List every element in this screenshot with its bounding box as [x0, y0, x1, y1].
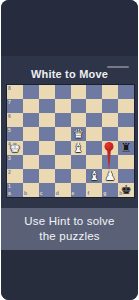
board-square-b4[interactable]: [23, 141, 39, 155]
board-square-b8[interactable]: [23, 85, 39, 99]
board-square-d1[interactable]: d: [55, 183, 71, 197]
board-square-d6[interactable]: [55, 113, 71, 127]
rank-label-6: 6: [8, 114, 11, 119]
board-square-e1[interactable]: e: [71, 183, 87, 197]
board-square-e5[interactable]: ♛: [71, 127, 87, 141]
rank-label-2: 2: [8, 170, 11, 175]
rank-label-3: 3: [8, 156, 11, 161]
file-label-d: d: [56, 191, 59, 196]
board-square-a5[interactable]: 5: [7, 127, 23, 141]
board-square-a1[interactable]: 1a: [7, 183, 23, 197]
board-square-e8[interactable]: [71, 85, 87, 99]
board-square-g2[interactable]: ♟: [102, 169, 118, 183]
hint-banner: Use Hint to solve the puzzles: [1, 208, 138, 250]
board-square-g8[interactable]: [102, 85, 118, 99]
board-square-c8[interactable]: [39, 85, 55, 99]
bottom-panel: [1, 250, 138, 300]
board-square-d7[interactable]: [55, 99, 71, 113]
board-square-a8[interactable]: 8: [7, 85, 23, 99]
board-square-f3[interactable]: [86, 155, 102, 169]
file-label-c: c: [40, 191, 43, 196]
file-label-b: b: [24, 191, 27, 196]
board-square-g5[interactable]: [102, 127, 118, 141]
black-king[interactable]: ♚: [118, 183, 134, 197]
board-square-a2[interactable]: 2: [7, 169, 23, 183]
board-square-b3[interactable]: [23, 155, 39, 169]
rank-label-5: 5: [8, 128, 11, 133]
board-square-g4[interactable]: [102, 141, 118, 155]
board-square-c4[interactable]: [39, 141, 55, 155]
black-rook[interactable]: ♜: [118, 141, 134, 155]
board-square-c5[interactable]: [39, 127, 55, 141]
app-canvas: White to Move 8765♛4♚♝♜32♝♟1abcdefgh♚ Us…: [1, 0, 138, 300]
board-square-e6[interactable]: [71, 113, 87, 127]
rank-label-1: 1: [8, 184, 11, 189]
file-label-f: f: [87, 191, 89, 196]
board-square-a7[interactable]: 7: [7, 99, 23, 113]
board-square-d3[interactable]: [55, 155, 71, 169]
board-square-d2[interactable]: [55, 169, 71, 183]
board-square-a6[interactable]: 6: [7, 113, 23, 127]
board-square-c1[interactable]: c: [39, 183, 55, 197]
hint-banner-line1: Use Hint to solve: [24, 215, 114, 228]
board-square-b6[interactable]: [23, 113, 39, 127]
board-square-b1[interactable]: b: [23, 183, 39, 197]
board-square-f5[interactable]: [86, 127, 102, 141]
board-square-h6[interactable]: [118, 113, 134, 127]
board-square-g7[interactable]: [102, 99, 118, 113]
board-square-c6[interactable]: [39, 113, 55, 127]
board-square-h4[interactable]: ♜: [118, 141, 134, 155]
board-square-d5[interactable]: [55, 127, 71, 141]
board-square-c7[interactable]: [39, 99, 55, 113]
board-square-f8[interactable]: [86, 85, 102, 99]
board-square-f2[interactable]: ♝: [86, 169, 102, 183]
board-square-e7[interactable]: [71, 99, 87, 113]
white-queen[interactable]: ♛: [71, 127, 87, 141]
rank-label-7: 7: [8, 100, 11, 105]
board-square-h3[interactable]: [118, 155, 134, 169]
board-square-f4[interactable]: [86, 141, 102, 155]
board-square-d8[interactable]: [55, 85, 71, 99]
board-square-c2[interactable]: [39, 169, 55, 183]
chess-board[interactable]: 8765♛4♚♝♜32♝♟1abcdefgh♚: [6, 84, 135, 198]
file-label-g: g: [103, 191, 106, 196]
white-pawn[interactable]: ♟: [102, 169, 118, 183]
board-square-f6[interactable]: [86, 113, 102, 127]
white-king[interactable]: ♚: [7, 141, 23, 155]
board-square-c3[interactable]: [39, 155, 55, 169]
board-square-a4[interactable]: 4♚: [7, 141, 23, 155]
board-square-g1[interactable]: g: [102, 183, 118, 197]
board-square-h5[interactable]: [118, 127, 134, 141]
file-label-a: a: [8, 191, 11, 196]
board-square-b5[interactable]: [23, 127, 39, 141]
board-square-e4[interactable]: ♝: [71, 141, 87, 155]
rank-label-8: 8: [8, 86, 11, 91]
board-square-e2[interactable]: [71, 169, 87, 183]
board-square-h2[interactable]: [118, 169, 134, 183]
board-square-h8[interactable]: [118, 85, 134, 99]
board-square-e3[interactable]: [71, 155, 87, 169]
board-square-f1[interactable]: f: [86, 183, 102, 197]
white-bishop[interactable]: ♝: [86, 169, 102, 183]
board-square-a3[interactable]: 3: [7, 155, 23, 169]
board-square-h7[interactable]: [118, 99, 134, 113]
top-panel: [1, 0, 138, 56]
board-square-b7[interactable]: [23, 99, 39, 113]
board-square-f7[interactable]: [86, 99, 102, 113]
white-bishop[interactable]: ♝: [71, 141, 87, 155]
file-label-e: e: [72, 191, 75, 196]
hint-banner-line2: the puzzles: [39, 230, 99, 243]
board-square-d4[interactable]: [55, 141, 71, 155]
board-square-h1[interactable]: h♚: [118, 183, 134, 197]
board-square-g6[interactable]: [102, 113, 118, 127]
board-square-b2[interactable]: [23, 169, 39, 183]
board-square-g3[interactable]: [102, 155, 118, 169]
page-title: White to Move: [1, 68, 138, 80]
